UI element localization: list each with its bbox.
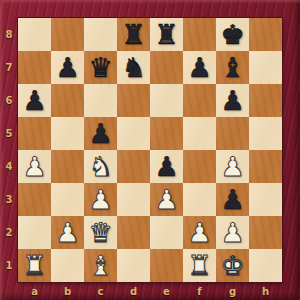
- file-label-a: a: [18, 282, 51, 300]
- square-d2[interactable]: [117, 216, 150, 249]
- rank-label-7: 7: [0, 51, 18, 84]
- rank-label-6: 6: [0, 84, 18, 117]
- file-label-e: e: [150, 282, 183, 300]
- square-e2[interactable]: [150, 216, 183, 249]
- square-h5[interactable]: [249, 117, 282, 150]
- square-e7[interactable]: [150, 51, 183, 84]
- file-label-b: b: [51, 282, 84, 300]
- square-h1[interactable]: [249, 249, 282, 282]
- white-bishop-icon[interactable]: ♝: [88, 249, 112, 282]
- rank-label-8: 8: [0, 18, 18, 51]
- rank-label-2: 2: [0, 216, 18, 249]
- square-b7[interactable]: ♟: [51, 51, 84, 84]
- rank-label-3: 3: [0, 183, 18, 216]
- white-pawn-icon[interactable]: ♟: [22, 150, 46, 183]
- square-c5[interactable]: ♟: [84, 117, 117, 150]
- square-d4[interactable]: [117, 150, 150, 183]
- square-b2[interactable]: ♟: [51, 216, 84, 249]
- black-pawn-icon[interactable]: ♟: [55, 51, 79, 84]
- square-a8[interactable]: [18, 18, 51, 51]
- white-pawn-icon[interactable]: ♟: [220, 150, 244, 183]
- square-f4[interactable]: [183, 150, 216, 183]
- black-pawn-icon[interactable]: ♟: [88, 117, 112, 150]
- white-rook-icon[interactable]: ♜: [22, 249, 46, 282]
- rank-label-5: 5: [0, 117, 18, 150]
- white-knight-icon[interactable]: ♞: [88, 150, 112, 183]
- square-d8[interactable]: ♜: [117, 18, 150, 51]
- white-pawn-icon[interactable]: ♟: [187, 216, 211, 249]
- square-b8[interactable]: [51, 18, 84, 51]
- square-c3[interactable]: ♟: [84, 183, 117, 216]
- square-e8[interactable]: ♜: [150, 18, 183, 51]
- rank-labels: 87654321: [0, 18, 18, 282]
- white-pawn-icon[interactable]: ♟: [220, 216, 244, 249]
- square-d5[interactable]: [117, 117, 150, 150]
- black-pawn-icon[interactable]: ♟: [220, 84, 244, 117]
- file-labels: abcdefgh: [18, 282, 282, 300]
- square-h6[interactable]: [249, 84, 282, 117]
- square-c1[interactable]: ♝: [84, 249, 117, 282]
- square-f7[interactable]: ♟: [183, 51, 216, 84]
- square-g7[interactable]: ♝: [216, 51, 249, 84]
- square-b6[interactable]: [51, 84, 84, 117]
- square-e4[interactable]: ♟: [150, 150, 183, 183]
- chess-diagram: 87654321 abcdefgh ♜♜♚♟♛♞♟♝♟♟♟♟♞♟♟♟♟♟♟♛♟♟…: [0, 0, 300, 300]
- square-f1[interactable]: ♜: [183, 249, 216, 282]
- black-pawn-icon[interactable]: ♟: [187, 51, 211, 84]
- square-g1[interactable]: ♚: [216, 249, 249, 282]
- square-a6[interactable]: ♟: [18, 84, 51, 117]
- square-h8[interactable]: [249, 18, 282, 51]
- square-h3[interactable]: [249, 183, 282, 216]
- square-g6[interactable]: ♟: [216, 84, 249, 117]
- white-rook-icon[interactable]: ♜: [187, 249, 211, 282]
- square-a4[interactable]: ♟: [18, 150, 51, 183]
- white-pawn-icon[interactable]: ♟: [154, 183, 178, 216]
- white-king-icon[interactable]: ♚: [220, 249, 244, 282]
- square-f2[interactable]: ♟: [183, 216, 216, 249]
- square-a2[interactable]: [18, 216, 51, 249]
- square-e3[interactable]: ♟: [150, 183, 183, 216]
- white-pawn-icon[interactable]: ♟: [88, 183, 112, 216]
- square-f3[interactable]: [183, 183, 216, 216]
- square-g5[interactable]: [216, 117, 249, 150]
- white-queen-icon[interactable]: ♛: [88, 216, 112, 249]
- square-f5[interactable]: [183, 117, 216, 150]
- square-g3[interactable]: ♟: [216, 183, 249, 216]
- rank-label-1: 1: [0, 249, 18, 282]
- black-bishop-icon[interactable]: ♝: [220, 51, 244, 84]
- square-c8[interactable]: [84, 18, 117, 51]
- square-g2[interactable]: ♟: [216, 216, 249, 249]
- square-e5[interactable]: [150, 117, 183, 150]
- black-rook-icon[interactable]: ♜: [121, 18, 145, 51]
- square-g8[interactable]: ♚: [216, 18, 249, 51]
- square-a7[interactable]: [18, 51, 51, 84]
- file-label-f: f: [183, 282, 216, 300]
- black-rook-icon[interactable]: ♜: [154, 18, 178, 51]
- square-h4[interactable]: [249, 150, 282, 183]
- black-pawn-icon[interactable]: ♟: [22, 84, 46, 117]
- square-f6[interactable]: [183, 84, 216, 117]
- black-pawn-icon[interactable]: ♟: [220, 183, 244, 216]
- square-d1[interactable]: [117, 249, 150, 282]
- rank-label-4: 4: [0, 150, 18, 183]
- square-c7[interactable]: ♛: [84, 51, 117, 84]
- square-d3[interactable]: [117, 183, 150, 216]
- square-b5[interactable]: [51, 117, 84, 150]
- square-e1[interactable]: [150, 249, 183, 282]
- white-pawn-icon[interactable]: ♟: [55, 216, 79, 249]
- file-label-c: c: [84, 282, 117, 300]
- square-b1[interactable]: [51, 249, 84, 282]
- square-h2[interactable]: [249, 216, 282, 249]
- square-e6[interactable]: [150, 84, 183, 117]
- chess-board: ♜♜♚♟♛♞♟♝♟♟♟♟♞♟♟♟♟♟♟♛♟♟♜♝♜♚: [18, 18, 282, 282]
- square-a3[interactable]: [18, 183, 51, 216]
- square-a1[interactable]: ♜: [18, 249, 51, 282]
- square-a5[interactable]: [18, 117, 51, 150]
- square-d7[interactable]: ♞: [117, 51, 150, 84]
- square-c6[interactable]: [84, 84, 117, 117]
- square-b3[interactable]: [51, 183, 84, 216]
- square-b4[interactable]: [51, 150, 84, 183]
- square-g4[interactable]: ♟: [216, 150, 249, 183]
- black-pawn-icon[interactable]: ♟: [154, 150, 178, 183]
- black-knight-icon[interactable]: ♞: [121, 51, 145, 84]
- square-d6[interactable]: [117, 84, 150, 117]
- square-c4[interactable]: ♞: [84, 150, 117, 183]
- black-king-icon[interactable]: ♚: [220, 18, 244, 51]
- black-queen-icon[interactable]: ♛: [88, 51, 112, 84]
- square-h7[interactable]: [249, 51, 282, 84]
- file-label-g: g: [216, 282, 249, 300]
- file-label-d: d: [117, 282, 150, 300]
- square-c2[interactable]: ♛: [84, 216, 117, 249]
- square-f8[interactable]: [183, 18, 216, 51]
- file-label-h: h: [249, 282, 282, 300]
